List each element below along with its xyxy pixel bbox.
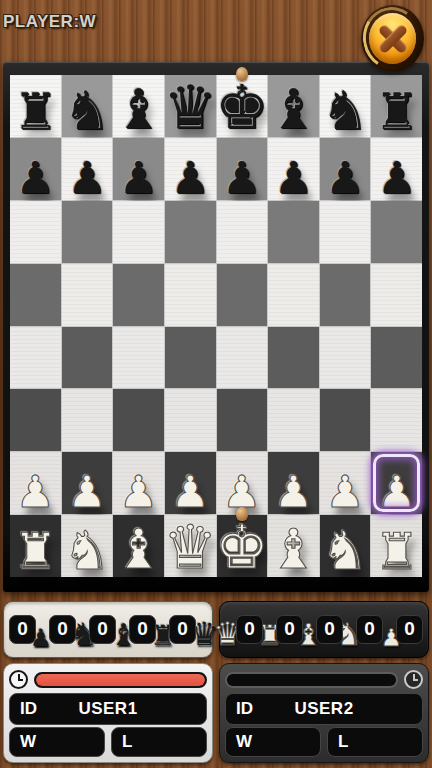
piece-black-pawn: ♟ <box>325 156 364 200</box>
piece-white-knight: ♞ <box>63 524 111 577</box>
square-e2[interactable]: ♟ <box>217 452 268 514</box>
wins-box-user2: W <box>225 727 321 757</box>
losses-label: L <box>338 732 348 752</box>
piece-black-pawn: ♟ <box>274 156 313 200</box>
id-box-user2: ID USER2 <box>225 693 423 725</box>
square-e6[interactable] <box>217 201 268 263</box>
square-e5[interactable] <box>217 264 268 326</box>
piece-black-rook: ♜ <box>374 87 419 137</box>
piece-white-rook: ♜ <box>13 527 58 577</box>
square-a7[interactable]: ♟ <box>10 138 61 200</box>
square-h4[interactable] <box>371 327 422 389</box>
king-cross-marker <box>236 67 248 81</box>
piece-black-queen: ♛ <box>163 77 217 137</box>
square-c6[interactable] <box>113 201 164 263</box>
capture-counter: 0 <box>396 615 423 644</box>
losses-label: L <box>122 732 132 752</box>
capture-counter: 0 <box>276 615 303 644</box>
piece-black-pawn: ♟ <box>67 156 106 200</box>
square-b6[interactable] <box>62 201 113 263</box>
timer-clock-icon <box>404 670 423 689</box>
capture-counter: 0 <box>236 615 263 644</box>
square-e1[interactable]: ♚ <box>217 515 268 577</box>
square-h3[interactable] <box>371 389 422 451</box>
square-g2[interactable]: ♟ <box>320 452 371 514</box>
capture-counter: 0 <box>9 615 36 644</box>
square-g4[interactable] <box>320 327 371 389</box>
piece-black-bishop: ♝ <box>269 82 318 137</box>
king-cross-marker <box>236 507 248 521</box>
capture-counter: 0 <box>316 615 343 644</box>
close-button[interactable] <box>361 5 424 72</box>
time-bar-fill <box>227 674 396 686</box>
square-f5[interactable] <box>268 264 319 326</box>
square-c1[interactable]: ♝ <box>113 515 164 577</box>
square-a2[interactable]: ♟ <box>10 452 61 514</box>
square-f3[interactable] <box>268 389 319 451</box>
time-bar-user1 <box>34 672 207 688</box>
square-b4[interactable] <box>62 327 113 389</box>
capture-group-pawn: 0♟ <box>9 607 47 653</box>
square-d7[interactable]: ♟ <box>165 138 216 200</box>
square-d4[interactable] <box>165 327 216 389</box>
capture-group-pawn: 0♟ <box>385 607 423 653</box>
losses-box-user1: L <box>111 727 207 757</box>
player-name: USER1 <box>10 699 206 719</box>
square-g7[interactable]: ♟ <box>320 138 371 200</box>
square-f2[interactable]: ♟ <box>268 452 319 514</box>
square-d5[interactable] <box>165 264 216 326</box>
square-b3[interactable] <box>62 389 113 451</box>
square-g5[interactable] <box>320 264 371 326</box>
square-h6[interactable] <box>371 201 422 263</box>
piece-black-pawn: ♟ <box>170 156 209 200</box>
square-f4[interactable] <box>268 327 319 389</box>
wins-label: W <box>236 732 252 752</box>
wins-box-user1: W <box>9 727 105 757</box>
square-e8[interactable]: ♚ <box>217 75 268 137</box>
time-bar-fill <box>36 674 205 686</box>
piece-black-rook: ♜ <box>13 87 58 137</box>
square-h5[interactable] <box>371 264 422 326</box>
player-name: USER2 <box>226 699 422 719</box>
square-a8[interactable]: ♜ <box>10 75 61 137</box>
square-c7[interactable]: ♟ <box>113 138 164 200</box>
square-c3[interactable] <box>113 389 164 451</box>
square-d8[interactable]: ♛ <box>165 75 216 137</box>
square-h8[interactable]: ♜ <box>371 75 422 137</box>
square-f7[interactable]: ♟ <box>268 138 319 200</box>
square-b7[interactable]: ♟ <box>62 138 113 200</box>
time-bar-user2 <box>225 672 398 688</box>
square-h7[interactable]: ♟ <box>371 138 422 200</box>
capture-counter: 0 <box>89 615 116 644</box>
capture-counter: 0 <box>49 615 76 644</box>
captured-tray-black-pieces: 0♟0♞0♝0♜0♛ <box>3 601 213 658</box>
capture-counter: 0 <box>129 615 156 644</box>
square-g1[interactable]: ♞ <box>320 515 371 577</box>
square-a1[interactable]: ♜ <box>10 515 61 577</box>
square-c4[interactable] <box>113 327 164 389</box>
square-a3[interactable] <box>10 389 61 451</box>
chess-board-frame: ♜♞♝♛♚♝♞♜♟♟♟♟♟♟♟♟♟♟♟♟♟♟♟♟♜♞♝♛♚♝♞♜ <box>3 62 429 592</box>
square-d6[interactable] <box>165 201 216 263</box>
piece-white-pawn: ♟ <box>170 470 209 514</box>
square-g6[interactable] <box>320 201 371 263</box>
square-e3[interactable] <box>217 389 268 451</box>
piece-black-pawn: ♟ <box>222 156 261 200</box>
square-f6[interactable] <box>268 201 319 263</box>
selected-square-highlight <box>373 454 420 512</box>
wins-label: W <box>20 732 36 752</box>
square-h2[interactable]: ♟ <box>371 452 422 514</box>
square-b8[interactable]: ♞ <box>62 75 113 137</box>
capture-counter: 0 <box>169 615 196 644</box>
piece-white-pawn: ♟ <box>274 470 313 514</box>
player-turn-label: PLAYER:W <box>3 12 96 32</box>
piece-white-pawn: ♟ <box>16 470 55 514</box>
piece-black-knight: ♞ <box>63 84 111 137</box>
square-e7[interactable]: ♟ <box>217 138 268 200</box>
piece-white-rook: ♜ <box>374 527 419 577</box>
piece-black-pawn: ♟ <box>16 156 55 200</box>
square-b2[interactable]: ♟ <box>62 452 113 514</box>
piece-black-king: ♚ <box>215 77 269 137</box>
square-d2[interactable]: ♟ <box>165 452 216 514</box>
capture-group-knight: 0♞ <box>345 607 383 653</box>
square-a4[interactable] <box>10 327 61 389</box>
piece-white-king: ♚ <box>215 517 269 577</box>
square-a6[interactable] <box>10 201 61 263</box>
square-f1[interactable]: ♝ <box>268 515 319 577</box>
piece-black-pawn: ♟ <box>377 156 416 200</box>
piece-white-pawn: ♟ <box>67 470 106 514</box>
piece-black-pawn: ♟ <box>119 156 158 200</box>
piece-white-pawn: ♟ <box>119 470 158 514</box>
square-c5[interactable] <box>113 264 164 326</box>
square-f8[interactable]: ♝ <box>268 75 319 137</box>
losses-box-user2: L <box>327 727 423 757</box>
square-g8[interactable]: ♞ <box>320 75 371 137</box>
square-c2[interactable]: ♟ <box>113 452 164 514</box>
id-box-user1: ID USER1 <box>9 693 207 725</box>
player-panel-user2: ID USER2 W L <box>219 663 429 763</box>
piece-white-pawn: ♟ <box>325 470 364 514</box>
piece-white-bishop: ♝ <box>269 522 318 577</box>
player-panel-user1: ID USER1 W L <box>3 663 213 763</box>
piece-white-queen: ♛ <box>163 517 217 577</box>
square-d3[interactable] <box>165 389 216 451</box>
square-e4[interactable] <box>217 327 268 389</box>
square-g3[interactable] <box>320 389 371 451</box>
square-b1[interactable]: ♞ <box>62 515 113 577</box>
square-a5[interactable] <box>10 264 61 326</box>
square-c8[interactable]: ♝ <box>113 75 164 137</box>
square-d1[interactable]: ♛ <box>165 515 216 577</box>
piece-black-knight: ♞ <box>321 84 369 137</box>
piece-black-bishop: ♝ <box>114 82 163 137</box>
capture-counter: 0 <box>356 615 383 644</box>
chess-board: ♜♞♝♛♚♝♞♜♟♟♟♟♟♟♟♟♟♟♟♟♟♟♟♟♜♞♝♛♚♝♞♜ <box>10 75 422 577</box>
piece-white-bishop: ♝ <box>114 522 163 577</box>
square-h1[interactable]: ♜ <box>371 515 422 577</box>
capture-group-knight: 0♞ <box>49 607 87 653</box>
piece-white-knight: ♞ <box>321 524 369 577</box>
timer-clock-icon <box>9 670 28 689</box>
captured-tray-white-pieces: 0♛0♜0♝0♞0♟ <box>219 601 429 658</box>
square-b5[interactable] <box>62 264 113 326</box>
